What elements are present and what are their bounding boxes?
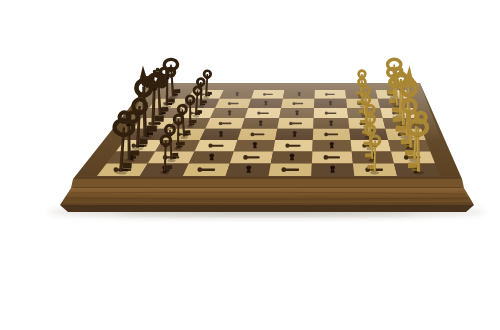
key-chess-photo-scene <box>0 0 500 330</box>
board-base-chamfer <box>60 205 474 212</box>
board-front-lip <box>71 179 464 188</box>
chessboard-photo <box>0 0 500 330</box>
